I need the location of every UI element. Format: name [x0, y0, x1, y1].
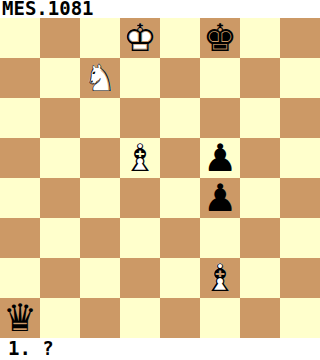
square-e8[interactable] — [160, 18, 200, 58]
black-king-glyph: ♚ — [200, 18, 240, 58]
white-king-glyph: ♔ — [120, 18, 160, 58]
square-f5[interactable]: ♟ — [200, 138, 240, 178]
white-bishop[interactable]: ♝♗ — [120, 138, 160, 178]
black-pawn[interactable]: ♟ — [200, 178, 240, 218]
black-queen[interactable]: ♛ — [0, 298, 40, 338]
white-knight-glyph: ♘ — [80, 58, 120, 98]
square-d3[interactable] — [120, 218, 160, 258]
square-c7[interactable]: ♞♘ — [80, 58, 120, 98]
black-pawn-glyph: ♟ — [200, 178, 240, 218]
square-h8[interactable] — [280, 18, 320, 58]
square-a4[interactable] — [0, 178, 40, 218]
square-e4[interactable] — [160, 178, 200, 218]
square-d2[interactable] — [120, 258, 160, 298]
square-c8[interactable] — [80, 18, 120, 58]
square-g6[interactable] — [240, 98, 280, 138]
square-a5[interactable] — [0, 138, 40, 178]
square-a1[interactable]: ♛ — [0, 298, 40, 338]
chess-puzzle-window: MES.1081 ♚♔♚♞♘♝♗♟♟♝♗♛ 1. ? — [0, 0, 320, 360]
square-e1[interactable] — [160, 298, 200, 338]
black-pawn[interactable]: ♟ — [200, 138, 240, 178]
square-f4[interactable]: ♟ — [200, 178, 240, 218]
puzzle-id: MES.1081 — [0, 0, 320, 18]
white-king[interactable]: ♚♔ — [120, 18, 160, 58]
white-bishop[interactable]: ♝♗ — [200, 258, 240, 298]
square-d6[interactable] — [120, 98, 160, 138]
square-d8[interactable]: ♚♔ — [120, 18, 160, 58]
black-queen-glyph: ♛ — [0, 298, 40, 338]
white-knight[interactable]: ♞♘ — [80, 58, 120, 98]
square-b7[interactable] — [40, 58, 80, 98]
square-g7[interactable] — [240, 58, 280, 98]
square-d5[interactable]: ♝♗ — [120, 138, 160, 178]
square-a7[interactable] — [0, 58, 40, 98]
square-c4[interactable] — [80, 178, 120, 218]
square-g8[interactable] — [240, 18, 280, 58]
square-b8[interactable] — [40, 18, 80, 58]
chess-board: ♚♔♚♞♘♝♗♟♟♝♗♛ — [0, 18, 320, 338]
square-h7[interactable] — [280, 58, 320, 98]
square-c3[interactable] — [80, 218, 120, 258]
square-d4[interactable] — [120, 178, 160, 218]
square-e5[interactable] — [160, 138, 200, 178]
square-h6[interactable] — [280, 98, 320, 138]
square-a2[interactable] — [0, 258, 40, 298]
square-d7[interactable] — [120, 58, 160, 98]
square-b6[interactable] — [40, 98, 80, 138]
square-f3[interactable] — [200, 218, 240, 258]
black-king[interactable]: ♚ — [200, 18, 240, 58]
square-h3[interactable] — [280, 218, 320, 258]
square-c1[interactable] — [80, 298, 120, 338]
white-bishop-glyph: ♗ — [200, 258, 240, 298]
square-e7[interactable] — [160, 58, 200, 98]
square-a3[interactable] — [0, 218, 40, 258]
square-f6[interactable] — [200, 98, 240, 138]
square-b5[interactable] — [40, 138, 80, 178]
square-a8[interactable] — [0, 18, 40, 58]
white-bishop-glyph: ♗ — [120, 138, 160, 178]
square-c5[interactable] — [80, 138, 120, 178]
black-pawn-glyph: ♟ — [200, 138, 240, 178]
square-h1[interactable] — [280, 298, 320, 338]
square-d1[interactable] — [120, 298, 160, 338]
square-a6[interactable] — [0, 98, 40, 138]
square-c6[interactable] — [80, 98, 120, 138]
square-c2[interactable] — [80, 258, 120, 298]
square-e6[interactable] — [160, 98, 200, 138]
square-f7[interactable] — [200, 58, 240, 98]
square-g3[interactable] — [240, 218, 280, 258]
square-e2[interactable] — [160, 258, 200, 298]
square-f2[interactable]: ♝♗ — [200, 258, 240, 298]
square-h5[interactable] — [280, 138, 320, 178]
square-h2[interactable] — [280, 258, 320, 298]
square-f1[interactable] — [200, 298, 240, 338]
square-b4[interactable] — [40, 178, 80, 218]
square-g5[interactable] — [240, 138, 280, 178]
square-h4[interactable] — [280, 178, 320, 218]
square-b2[interactable] — [40, 258, 80, 298]
square-e3[interactable] — [160, 218, 200, 258]
square-g1[interactable] — [240, 298, 280, 338]
square-b1[interactable] — [40, 298, 80, 338]
square-b3[interactable] — [40, 218, 80, 258]
move-prompt: 1. ? — [0, 338, 320, 360]
square-g4[interactable] — [240, 178, 280, 218]
square-g2[interactable] — [240, 258, 280, 298]
square-f8[interactable]: ♚ — [200, 18, 240, 58]
